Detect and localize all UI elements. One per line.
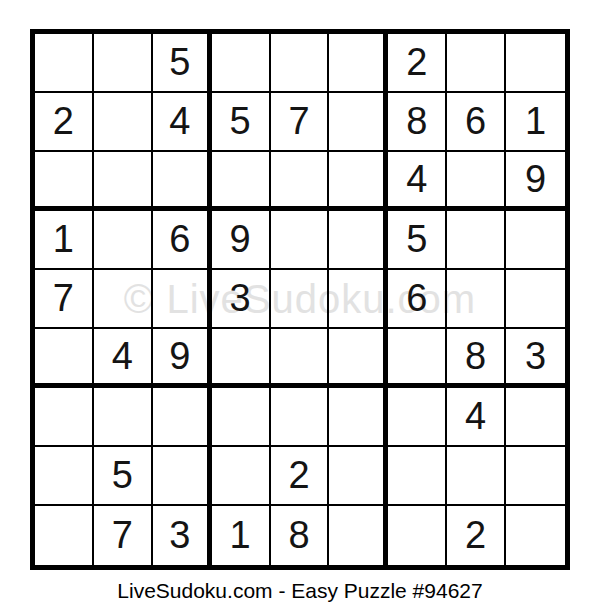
- cell-r8c5[interactable]: 2: [271, 447, 330, 506]
- cell-r7c1[interactable]: [35, 388, 94, 447]
- cell-r2c2[interactable]: [94, 93, 153, 152]
- cell-r6c6[interactable]: [329, 329, 388, 388]
- cell-r3c6[interactable]: [329, 152, 388, 211]
- cell-r9c9[interactable]: [506, 506, 565, 565]
- cell-r4c4[interactable]: 9: [212, 211, 271, 270]
- cell-r5c2[interactable]: [94, 270, 153, 329]
- cell-r2c1[interactable]: 2: [35, 93, 94, 152]
- cell-r6c9[interactable]: 3: [506, 329, 565, 388]
- cell-r6c7[interactable]: [388, 329, 447, 388]
- cell-r1c5[interactable]: [271, 34, 330, 93]
- cell-r4c5[interactable]: [271, 211, 330, 270]
- cell-r4c3[interactable]: 6: [153, 211, 212, 270]
- cell-r7c5[interactable]: [271, 388, 330, 447]
- cell-r5c9[interactable]: [506, 270, 565, 329]
- cell-r4c8[interactable]: [447, 211, 506, 270]
- cell-r3c7[interactable]: 4: [388, 152, 447, 211]
- cell-r5c7[interactable]: 6: [388, 270, 447, 329]
- cell-r5c6[interactable]: [329, 270, 388, 329]
- cell-r2c3[interactable]: 4: [153, 93, 212, 152]
- sudoku-board-container: © LiveSudoku.com 52245786149169573649834…: [30, 29, 570, 570]
- cell-r8c1[interactable]: [35, 447, 94, 506]
- cell-r8c6[interactable]: [329, 447, 388, 506]
- puzzle-caption: LiveSudoku.com - Easy Puzzle #94627: [0, 579, 600, 603]
- cell-r8c2[interactable]: 5: [94, 447, 153, 506]
- cell-r7c2[interactable]: [94, 388, 153, 447]
- cell-r9c8[interactable]: 2: [447, 506, 506, 565]
- cell-r3c2[interactable]: [94, 152, 153, 211]
- cell-r2c9[interactable]: 1: [506, 93, 565, 152]
- cell-r4c9[interactable]: [506, 211, 565, 270]
- cell-r1c6[interactable]: [329, 34, 388, 93]
- cell-r3c9[interactable]: 9: [506, 152, 565, 211]
- cell-r5c1[interactable]: 7: [35, 270, 94, 329]
- cell-r6c8[interactable]: 8: [447, 329, 506, 388]
- cell-r4c1[interactable]: 1: [35, 211, 94, 270]
- cell-r3c8[interactable]: [447, 152, 506, 211]
- cell-r6c3[interactable]: 9: [153, 329, 212, 388]
- sudoku-board: © LiveSudoku.com 52245786149169573649834…: [30, 29, 570, 570]
- cell-r4c6[interactable]: [329, 211, 388, 270]
- cell-r9c4[interactable]: 1: [212, 506, 271, 565]
- cell-r7c6[interactable]: [329, 388, 388, 447]
- cell-r7c8[interactable]: 4: [447, 388, 506, 447]
- cell-r1c3[interactable]: 5: [153, 34, 212, 93]
- cell-r5c3[interactable]: [153, 270, 212, 329]
- cell-r8c3[interactable]: [153, 447, 212, 506]
- cell-r5c4[interactable]: 3: [212, 270, 271, 329]
- cell-r6c4[interactable]: [212, 329, 271, 388]
- cell-r2c7[interactable]: 8: [388, 93, 447, 152]
- cell-r8c9[interactable]: [506, 447, 565, 506]
- cell-r3c4[interactable]: [212, 152, 271, 211]
- cell-r8c8[interactable]: [447, 447, 506, 506]
- cell-r1c9[interactable]: [506, 34, 565, 93]
- cell-r1c8[interactable]: [447, 34, 506, 93]
- cell-r1c7[interactable]: 2: [388, 34, 447, 93]
- cell-r9c6[interactable]: [329, 506, 388, 565]
- cell-r9c7[interactable]: [388, 506, 447, 565]
- cell-r9c3[interactable]: 3: [153, 506, 212, 565]
- cell-r1c4[interactable]: [212, 34, 271, 93]
- cell-r2c6[interactable]: [329, 93, 388, 152]
- cell-r8c7[interactable]: [388, 447, 447, 506]
- cell-r6c1[interactable]: [35, 329, 94, 388]
- cell-r2c5[interactable]: 7: [271, 93, 330, 152]
- cell-r9c5[interactable]: 8: [271, 506, 330, 565]
- cell-r1c2[interactable]: [94, 34, 153, 93]
- cell-r3c3[interactable]: [153, 152, 212, 211]
- cell-r7c4[interactable]: [212, 388, 271, 447]
- cell-r3c1[interactable]: [35, 152, 94, 211]
- cell-r7c9[interactable]: [506, 388, 565, 447]
- cell-r6c5[interactable]: [271, 329, 330, 388]
- cell-r2c8[interactable]: 6: [447, 93, 506, 152]
- cell-r6c2[interactable]: 4: [94, 329, 153, 388]
- cell-r9c2[interactable]: 7: [94, 506, 153, 565]
- cell-r4c7[interactable]: 5: [388, 211, 447, 270]
- cell-r5c5[interactable]: [271, 270, 330, 329]
- cell-r3c5[interactable]: [271, 152, 330, 211]
- cell-r4c2[interactable]: [94, 211, 153, 270]
- cell-r7c3[interactable]: [153, 388, 212, 447]
- cell-r5c8[interactable]: [447, 270, 506, 329]
- cell-r8c4[interactable]: [212, 447, 271, 506]
- cell-r2c4[interactable]: 5: [212, 93, 271, 152]
- cell-r1c1[interactable]: [35, 34, 94, 93]
- cell-r9c1[interactable]: [35, 506, 94, 565]
- cell-r7c7[interactable]: [388, 388, 447, 447]
